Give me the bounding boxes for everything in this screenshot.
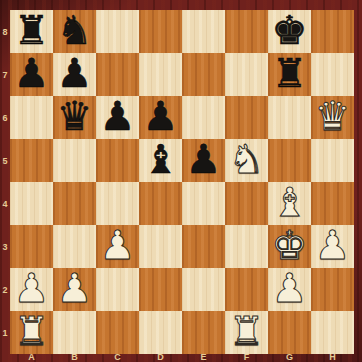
square-f5[interactable]: ♞ [225, 139, 268, 182]
square-f4[interactable] [225, 182, 268, 225]
square-g5[interactable] [268, 139, 311, 182]
square-h8[interactable] [311, 10, 354, 53]
white-pawn: ♟ [14, 267, 50, 310]
black-knight: ♞ [57, 9, 93, 52]
square-d4[interactable] [139, 182, 182, 225]
file-label-g: G [268, 351, 311, 362]
square-d8[interactable] [139, 10, 182, 53]
file-label-h: H [311, 351, 354, 362]
square-c7[interactable] [96, 53, 139, 96]
square-b4[interactable] [53, 182, 96, 225]
square-b6[interactable]: ♛ [53, 96, 96, 139]
square-b3[interactable] [53, 225, 96, 268]
file-label-b: B [53, 351, 96, 362]
square-d5[interactable]: ♝ [139, 139, 182, 182]
rank-label-2: 2 [0, 268, 10, 311]
square-d2[interactable] [139, 268, 182, 311]
square-b2[interactable]: ♟ [53, 268, 96, 311]
chess-board-frame: 87654321 ♜♞♚♟♟♜♛♟♟♛♝♟♞♝♟♚♟♟♟♟♜♜ ABCDEFGH [0, 0, 362, 362]
square-e1[interactable] [182, 311, 225, 354]
square-a3[interactable] [10, 225, 53, 268]
square-g4[interactable]: ♝ [268, 182, 311, 225]
file-labels: ABCDEFGH [10, 351, 354, 362]
square-h3[interactable]: ♟ [311, 225, 354, 268]
white-pawn: ♟ [100, 224, 136, 267]
square-c6[interactable]: ♟ [96, 96, 139, 139]
square-a4[interactable] [10, 182, 53, 225]
square-e4[interactable] [182, 182, 225, 225]
square-g2[interactable]: ♟ [268, 268, 311, 311]
square-g3[interactable]: ♚ [268, 225, 311, 268]
square-h1[interactable] [311, 311, 354, 354]
white-king: ♚ [272, 224, 308, 267]
white-queen: ♛ [315, 95, 351, 138]
file-label-d: D [139, 351, 182, 362]
square-a7[interactable]: ♟ [10, 53, 53, 96]
rank-label-3: 3 [0, 225, 10, 268]
square-h2[interactable] [311, 268, 354, 311]
square-f7[interactable] [225, 53, 268, 96]
square-h6[interactable]: ♛ [311, 96, 354, 139]
square-g1[interactable] [268, 311, 311, 354]
square-d1[interactable] [139, 311, 182, 354]
square-f8[interactable] [225, 10, 268, 53]
white-pawn: ♟ [272, 267, 308, 310]
rank-label-7: 7 [0, 53, 10, 96]
rank-labels: 87654321 [0, 10, 10, 354]
square-c2[interactable] [96, 268, 139, 311]
white-knight: ♞ [229, 138, 265, 181]
square-e5[interactable]: ♟ [182, 139, 225, 182]
black-queen: ♛ [57, 95, 93, 138]
square-c5[interactable] [96, 139, 139, 182]
black-rook: ♜ [14, 9, 50, 52]
black-pawn: ♟ [57, 52, 93, 95]
square-d3[interactable] [139, 225, 182, 268]
black-pawn: ♟ [143, 95, 179, 138]
black-king: ♚ [272, 9, 308, 52]
square-b1[interactable] [53, 311, 96, 354]
square-f2[interactable] [225, 268, 268, 311]
square-a2[interactable]: ♟ [10, 268, 53, 311]
black-bishop: ♝ [143, 138, 179, 181]
white-pawn: ♟ [57, 267, 93, 310]
square-e7[interactable] [182, 53, 225, 96]
black-rook: ♜ [272, 52, 308, 95]
square-f6[interactable] [225, 96, 268, 139]
chess-board: ♜♞♚♟♟♜♛♟♟♛♝♟♞♝♟♚♟♟♟♟♜♜ [10, 10, 354, 354]
square-c8[interactable] [96, 10, 139, 53]
square-c1[interactable] [96, 311, 139, 354]
square-g8[interactable]: ♚ [268, 10, 311, 53]
square-a1[interactable]: ♜ [10, 311, 53, 354]
square-f1[interactable]: ♜ [225, 311, 268, 354]
rank-label-1: 1 [0, 311, 10, 354]
white-bishop: ♝ [272, 181, 308, 224]
square-d6[interactable]: ♟ [139, 96, 182, 139]
square-g6[interactable] [268, 96, 311, 139]
square-e2[interactable] [182, 268, 225, 311]
square-h5[interactable] [311, 139, 354, 182]
white-pawn: ♟ [315, 224, 351, 267]
square-c4[interactable] [96, 182, 139, 225]
rank-label-6: 6 [0, 96, 10, 139]
file-label-f: F [225, 351, 268, 362]
square-f3[interactable] [225, 225, 268, 268]
black-pawn: ♟ [100, 95, 136, 138]
rank-label-4: 4 [0, 182, 10, 225]
square-a5[interactable] [10, 139, 53, 182]
black-pawn: ♟ [14, 52, 50, 95]
square-e3[interactable] [182, 225, 225, 268]
square-g7[interactable]: ♜ [268, 53, 311, 96]
square-d7[interactable] [139, 53, 182, 96]
white-rook: ♜ [14, 310, 50, 353]
square-e8[interactable] [182, 10, 225, 53]
square-b8[interactable]: ♞ [53, 10, 96, 53]
rank-label-5: 5 [0, 139, 10, 182]
square-e6[interactable] [182, 96, 225, 139]
white-rook: ♜ [229, 310, 265, 353]
file-label-a: A [10, 351, 53, 362]
rank-label-8: 8 [0, 10, 10, 53]
file-label-c: C [96, 351, 139, 362]
square-b7[interactable]: ♟ [53, 53, 96, 96]
square-h4[interactable] [311, 182, 354, 225]
square-a6[interactable] [10, 96, 53, 139]
black-pawn: ♟ [186, 138, 222, 181]
square-c3[interactable]: ♟ [96, 225, 139, 268]
file-label-e: E [182, 351, 225, 362]
square-h7[interactable] [311, 53, 354, 96]
square-a8[interactable]: ♜ [10, 10, 53, 53]
square-b5[interactable] [53, 139, 96, 182]
